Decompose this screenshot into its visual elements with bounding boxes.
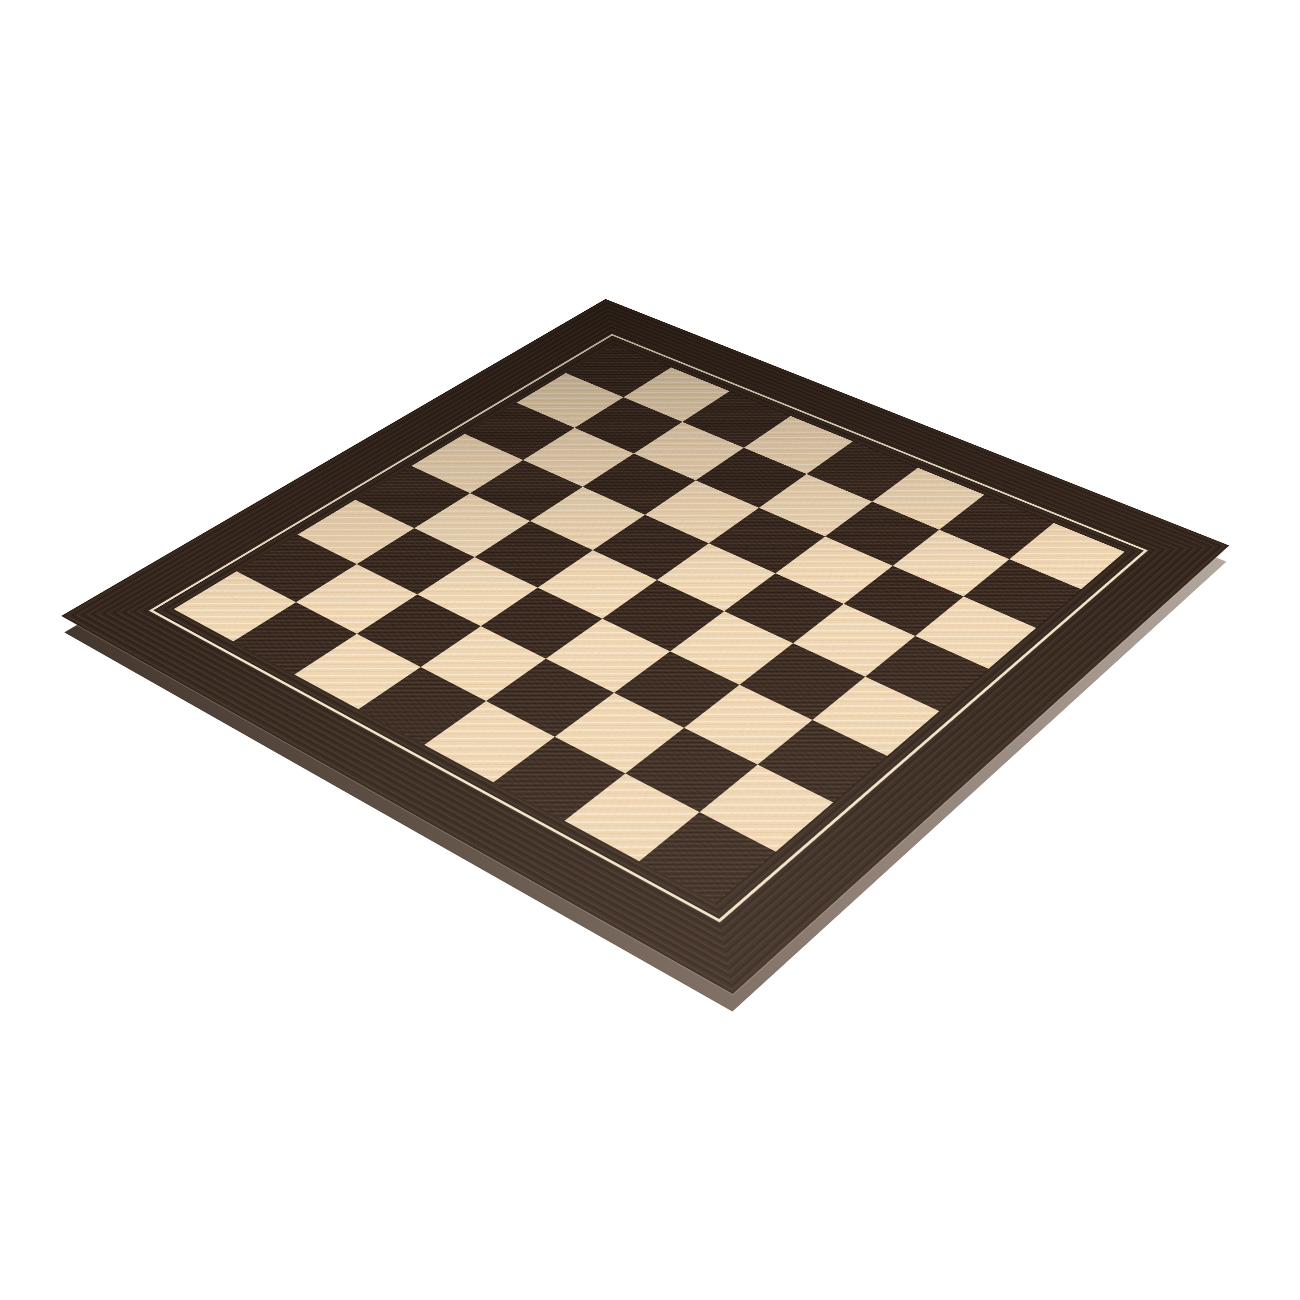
photo-scene <box>0 0 1300 1300</box>
chess-board <box>61 299 1229 994</box>
playing-field <box>174 344 1125 903</box>
board-top-face <box>61 299 1229 994</box>
